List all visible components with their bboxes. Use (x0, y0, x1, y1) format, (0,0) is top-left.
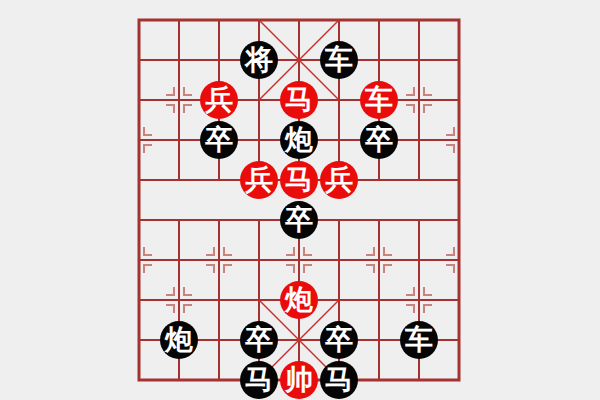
piece-black-pao[interactable]: 炮 (280, 121, 318, 159)
piece-black-ju[interactable]: 车 (320, 41, 358, 79)
piece-black-ju[interactable]: 车 (400, 321, 438, 359)
piece-red-ju[interactable]: 车 (360, 81, 398, 119)
xiangqi-board: 将车兵马车卒炮卒兵马兵卒炮炮卒卒车马帅马 (119, 0, 479, 400)
piece-black-jiang[interactable]: 将 (240, 41, 278, 79)
piece-red-bing[interactable]: 兵 (320, 161, 358, 199)
piece-red-ma[interactable]: 马 (280, 81, 318, 119)
piece-red-shuai[interactable]: 帅 (280, 361, 318, 399)
piece-black-pao[interactable]: 炮 (160, 321, 198, 359)
piece-red-pao[interactable]: 炮 (280, 281, 318, 319)
piece-black-zu[interactable]: 卒 (320, 321, 358, 359)
xiangqi-app-screen: 将车兵马车卒炮卒兵马兵卒炮炮卒卒车马帅马 (0, 0, 600, 400)
pieces-layer: 将车兵马车卒炮卒兵马兵卒炮炮卒卒车马帅马 (119, 0, 479, 400)
piece-black-ma[interactable]: 马 (320, 361, 358, 399)
piece-red-bing[interactable]: 兵 (240, 161, 278, 199)
piece-black-zu[interactable]: 卒 (200, 121, 238, 159)
piece-red-bing[interactable]: 兵 (200, 81, 238, 119)
piece-red-ma[interactable]: 马 (280, 161, 318, 199)
piece-black-zu[interactable]: 卒 (280, 201, 318, 239)
piece-black-zu[interactable]: 卒 (240, 321, 278, 359)
piece-black-zu[interactable]: 卒 (360, 121, 398, 159)
piece-black-ma[interactable]: 马 (240, 361, 278, 399)
